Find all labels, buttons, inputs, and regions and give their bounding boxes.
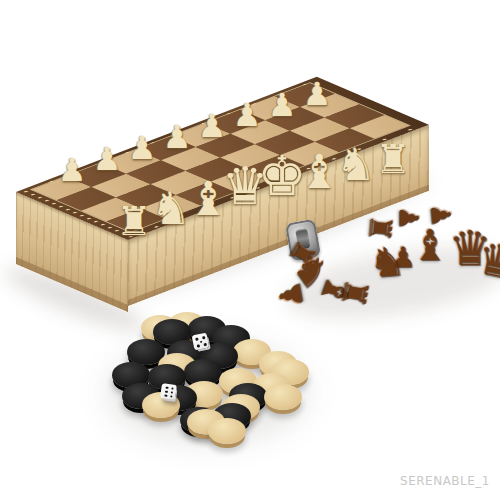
light-pawn-piece: ♟ bbox=[198, 110, 227, 142]
die-pip bbox=[170, 390, 173, 393]
die-pip bbox=[170, 386, 173, 389]
die bbox=[191, 332, 209, 350]
die-pip bbox=[199, 340, 202, 343]
light-pawn-piece: ♟ bbox=[93, 143, 122, 175]
light-knight-piece: ♞ bbox=[336, 142, 376, 187]
die-pip bbox=[169, 394, 172, 397]
light-pawn-piece: ♟ bbox=[303, 78, 332, 110]
light-rook-piece: ♜ bbox=[116, 201, 152, 241]
die-pip bbox=[195, 337, 198, 340]
die bbox=[160, 383, 177, 400]
cream-checker-disc bbox=[264, 384, 302, 410]
dark-rook-piece: ♜ bbox=[337, 276, 373, 310]
die-pip bbox=[203, 342, 206, 345]
dark-bishop-piece: ♝ bbox=[411, 225, 449, 267]
light-knight-piece: ♞ bbox=[151, 186, 191, 231]
die-pip bbox=[165, 386, 168, 389]
die-pip bbox=[196, 344, 199, 347]
light-pawn-piece: ♟ bbox=[58, 154, 87, 186]
dark-pawn-piece: ♟ bbox=[274, 279, 308, 311]
die-pip bbox=[164, 393, 167, 396]
light-pawn-piece: ♟ bbox=[163, 121, 192, 153]
light-rook-piece: ♜ bbox=[375, 139, 411, 179]
light-pawn-piece: ♟ bbox=[128, 132, 157, 164]
watermark-text: SERENABLE_1 bbox=[400, 474, 490, 488]
light-bishop-piece: ♝ bbox=[187, 175, 229, 222]
product-photo-scene: ♟♟♟♟♟♟♟♜♟♞♝♚♛♝♞♜♟♟♜♝♛♜♟♛♞♞♝♜♟ SERENABLE_… bbox=[0, 0, 500, 500]
dark-knight-piece: ♞ bbox=[367, 241, 406, 284]
die-pip bbox=[202, 336, 205, 339]
light-pawn-piece: ♟ bbox=[233, 99, 262, 131]
die-pip bbox=[164, 390, 167, 393]
cream-checker-disc bbox=[208, 418, 246, 444]
light-pawn-piece: ♟ bbox=[268, 89, 297, 121]
